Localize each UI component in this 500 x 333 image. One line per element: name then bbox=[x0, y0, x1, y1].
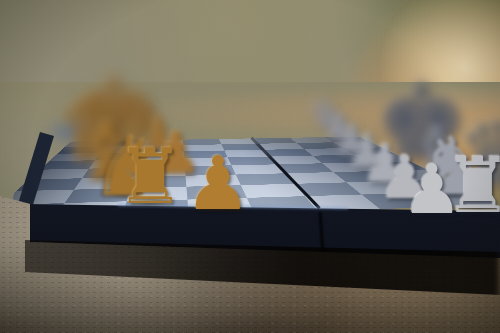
silver-pawn[interactable]: ♟ bbox=[402, 156, 463, 224]
gold-rook[interactable]: ♜ bbox=[116, 139, 184, 215]
pieces-layer: ♚♛♝♝♞♜♟♟♟♟♟♟♟♟♟♟♟♟♟♜♞♝♚♛ bbox=[0, 0, 500, 333]
chess-photo-scene: ♚♛♝♝♞♜♟♟♟♟♟♟♟♟♟♟♟♟♟♜♞♝♚♛ bbox=[0, 0, 500, 333]
gold-pawn[interactable]: ♟ bbox=[185, 146, 251, 220]
